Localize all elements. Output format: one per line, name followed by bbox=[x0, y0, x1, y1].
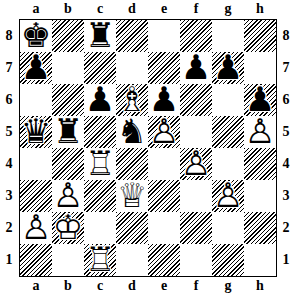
square-a7[interactable]: ♟ bbox=[20, 52, 52, 84]
square-b8[interactable] bbox=[52, 20, 84, 52]
square-e2[interactable] bbox=[148, 212, 180, 244]
square-b7[interactable] bbox=[52, 52, 84, 84]
file-label-top-g: g bbox=[212, 1, 244, 17]
piece-white-queen-glyph: ♕ bbox=[116, 180, 148, 212]
square-d2[interactable] bbox=[116, 212, 148, 244]
square-g3[interactable]: ♟♙ bbox=[212, 180, 244, 212]
piece-white-pawn[interactable]: ♟♙ bbox=[244, 116, 276, 148]
piece-black-pawn[interactable]: ♟ bbox=[20, 52, 52, 84]
rank-label-right-4: 4 bbox=[278, 148, 294, 180]
rank-label-right-1: 1 bbox=[278, 244, 294, 276]
square-g1[interactable] bbox=[212, 244, 244, 276]
square-g6[interactable] bbox=[212, 84, 244, 116]
rank-label-right-3: 3 bbox=[278, 180, 294, 212]
square-a5[interactable]: ♛ bbox=[20, 116, 52, 148]
piece-white-rook-glyph: ♖ bbox=[84, 148, 116, 180]
square-a2[interactable]: ♟♙ bbox=[20, 212, 52, 244]
file-labels-top: abcdefgh bbox=[20, 1, 276, 17]
file-label-bottom-h: h bbox=[244, 278, 276, 294]
square-d3[interactable]: ♛♕ bbox=[116, 180, 148, 212]
file-label-bottom-c: c bbox=[84, 278, 116, 294]
file-label-top-e: e bbox=[148, 1, 180, 17]
piece-black-pawn[interactable]: ♟ bbox=[180, 52, 212, 84]
square-g5[interactable] bbox=[212, 116, 244, 148]
square-e8[interactable] bbox=[148, 20, 180, 52]
chess-diagram: abcdefgh abcdefgh 87654321 87654321 ♚♜♟♟… bbox=[0, 0, 294, 295]
chess-board: ♚♜♟♟♟♟♝♗♟♟♛♜♞♟♙♟♙♜♖♟♙♟♙♛♕♟♙♟♙♚♔♜♖ bbox=[19, 19, 277, 277]
piece-white-rook[interactable]: ♜♖ bbox=[84, 244, 116, 276]
square-c8[interactable]: ♜ bbox=[84, 20, 116, 52]
file-label-top-f: f bbox=[180, 1, 212, 17]
file-labels-bottom: abcdefgh bbox=[20, 278, 276, 294]
square-a4[interactable] bbox=[20, 148, 52, 180]
piece-black-pawn[interactable]: ♟ bbox=[84, 84, 116, 116]
square-h1[interactable] bbox=[244, 244, 276, 276]
file-label-bottom-g: g bbox=[212, 278, 244, 294]
piece-white-pawn-glyph: ♙ bbox=[212, 180, 244, 212]
piece-white-king-glyph: ♔ bbox=[52, 212, 84, 244]
file-label-top-h: h bbox=[244, 1, 276, 17]
piece-black-rook-glyph: ♜ bbox=[84, 20, 116, 52]
square-c6[interactable]: ♟ bbox=[84, 84, 116, 116]
rank-labels-right: 87654321 bbox=[278, 20, 294, 276]
rank-label-right-8: 8 bbox=[278, 20, 294, 52]
piece-black-pawn[interactable]: ♟ bbox=[212, 52, 244, 84]
piece-white-pawn-glyph: ♙ bbox=[148, 116, 180, 148]
rank-label-right-6: 6 bbox=[278, 84, 294, 116]
piece-white-pawn[interactable]: ♟♙ bbox=[20, 212, 52, 244]
piece-white-pawn-glyph: ♙ bbox=[180, 148, 212, 180]
square-b1[interactable] bbox=[52, 244, 84, 276]
piece-black-knight[interactable]: ♞ bbox=[116, 116, 148, 148]
square-a1[interactable] bbox=[20, 244, 52, 276]
file-label-top-d: d bbox=[116, 1, 148, 17]
piece-black-pawn-glyph: ♟ bbox=[212, 52, 244, 84]
square-c3[interactable] bbox=[84, 180, 116, 212]
rank-labels-left: 87654321 bbox=[1, 20, 17, 276]
piece-black-rook[interactable]: ♜ bbox=[84, 20, 116, 52]
rank-label-right-5: 5 bbox=[278, 116, 294, 148]
piece-black-pawn-glyph: ♟ bbox=[20, 52, 52, 84]
piece-black-pawn-glyph: ♟ bbox=[84, 84, 116, 116]
square-h3[interactable] bbox=[244, 180, 276, 212]
rank-label-left-1: 1 bbox=[1, 244, 17, 276]
piece-white-pawn-glyph: ♙ bbox=[20, 212, 52, 244]
square-b2[interactable]: ♚♔ bbox=[52, 212, 84, 244]
piece-white-rook-glyph: ♖ bbox=[84, 244, 116, 276]
piece-black-queen-glyph: ♛ bbox=[20, 116, 52, 148]
rank-label-left-8: 8 bbox=[1, 20, 17, 52]
square-f1[interactable] bbox=[180, 244, 212, 276]
rank-label-right-7: 7 bbox=[278, 52, 294, 84]
square-b5[interactable]: ♜ bbox=[52, 116, 84, 148]
square-f2[interactable] bbox=[180, 212, 212, 244]
piece-white-pawn[interactable]: ♟♙ bbox=[180, 148, 212, 180]
piece-black-knight-glyph: ♞ bbox=[116, 116, 148, 148]
piece-black-pawn-glyph: ♟ bbox=[180, 52, 212, 84]
piece-white-rook[interactable]: ♜♖ bbox=[84, 148, 116, 180]
piece-black-rook-glyph: ♜ bbox=[52, 116, 84, 148]
file-label-bottom-f: f bbox=[180, 278, 212, 294]
piece-white-pawn-glyph: ♙ bbox=[244, 116, 276, 148]
file-label-bottom-a: a bbox=[20, 278, 52, 294]
file-label-bottom-d: d bbox=[116, 278, 148, 294]
piece-white-pawn[interactable]: ♟♙ bbox=[212, 180, 244, 212]
square-f4[interactable]: ♟♙ bbox=[180, 148, 212, 180]
piece-black-queen[interactable]: ♛ bbox=[20, 116, 52, 148]
rank-label-left-2: 2 bbox=[1, 212, 17, 244]
rank-label-left-6: 6 bbox=[1, 84, 17, 116]
file-label-top-b: b bbox=[52, 1, 84, 17]
rank-label-right-2: 2 bbox=[278, 212, 294, 244]
piece-white-pawn[interactable]: ♟♙ bbox=[148, 116, 180, 148]
square-h8[interactable] bbox=[244, 20, 276, 52]
square-e5[interactable]: ♟♙ bbox=[148, 116, 180, 148]
rank-label-left-5: 5 bbox=[1, 116, 17, 148]
piece-white-queen[interactable]: ♛♕ bbox=[116, 180, 148, 212]
piece-black-rook[interactable]: ♜ bbox=[52, 116, 84, 148]
square-e3[interactable] bbox=[148, 180, 180, 212]
square-d5[interactable]: ♞ bbox=[116, 116, 148, 148]
square-h5[interactable]: ♟♙ bbox=[244, 116, 276, 148]
square-h2[interactable] bbox=[244, 212, 276, 244]
square-e1[interactable] bbox=[148, 244, 180, 276]
square-g7[interactable]: ♟ bbox=[212, 52, 244, 84]
square-c4[interactable]: ♜♖ bbox=[84, 148, 116, 180]
rank-label-left-7: 7 bbox=[1, 52, 17, 84]
square-d8[interactable] bbox=[116, 20, 148, 52]
rank-label-left-4: 4 bbox=[1, 148, 17, 180]
rank-label-left-3: 3 bbox=[1, 180, 17, 212]
file-label-bottom-b: b bbox=[52, 278, 84, 294]
file-label-bottom-e: e bbox=[148, 278, 180, 294]
square-f6[interactable] bbox=[180, 84, 212, 116]
piece-white-king[interactable]: ♚♔ bbox=[52, 212, 84, 244]
square-f7[interactable]: ♟ bbox=[180, 52, 212, 84]
square-f3[interactable] bbox=[180, 180, 212, 212]
square-g2[interactable] bbox=[212, 212, 244, 244]
square-c1[interactable]: ♜♖ bbox=[84, 244, 116, 276]
square-d1[interactable] bbox=[116, 244, 148, 276]
square-h4[interactable] bbox=[244, 148, 276, 180]
square-e4[interactable] bbox=[148, 148, 180, 180]
